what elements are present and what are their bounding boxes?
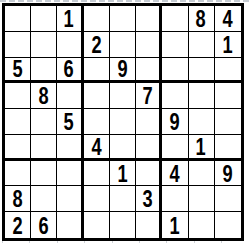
cell-r2c8[interactable] xyxy=(189,32,215,58)
cell-digit: 2 xyxy=(13,213,23,238)
cell-r1c1[interactable] xyxy=(5,6,31,32)
cell-r7c3[interactable] xyxy=(57,161,83,187)
cell-r3c3[interactable]: 6 xyxy=(57,58,83,84)
cell-r2c7[interactable] xyxy=(162,32,188,58)
cell-r4c9[interactable] xyxy=(215,83,241,109)
cell-r8c6[interactable]: 3 xyxy=(136,186,162,212)
cell-r5c7[interactable]: 9 xyxy=(162,109,188,135)
cell-r3c1[interactable]: 5 xyxy=(5,58,31,84)
cell-r9c7[interactable]: 1 xyxy=(162,212,188,238)
cell-r5c3[interactable]: 5 xyxy=(57,109,83,135)
cell-r9c8[interactable] xyxy=(189,212,215,238)
cell-r7c5[interactable]: 1 xyxy=(110,161,136,187)
cell-digit: 8 xyxy=(39,83,49,108)
cell-digit: 2 xyxy=(91,32,101,57)
cell-r3c9[interactable] xyxy=(215,58,241,84)
cell-r4c7[interactable] xyxy=(162,83,188,109)
cell-r6c5[interactable] xyxy=(110,135,136,161)
cell-r4c3[interactable] xyxy=(57,83,83,109)
cell-digit: 9 xyxy=(170,109,180,134)
cell-r2c6[interactable] xyxy=(136,32,162,58)
cell-digit: 5 xyxy=(13,58,23,82)
cell-r6c8[interactable]: 1 xyxy=(189,135,215,161)
cell-r2c3[interactable] xyxy=(57,32,83,58)
cell-digit: 5 xyxy=(64,109,74,134)
cell-digit: 6 xyxy=(39,213,49,238)
cell-r1c7[interactable] xyxy=(162,6,188,32)
cell-digit: 8 xyxy=(13,186,23,211)
cell-r6c2[interactable] xyxy=(31,135,57,161)
cell-digit: 9 xyxy=(223,161,233,186)
cell-r8c1[interactable]: 8 xyxy=(5,186,31,212)
cell-r5c1[interactable] xyxy=(5,109,31,135)
cell-r7c4[interactable] xyxy=(84,161,110,187)
cell-r2c4[interactable]: 2 xyxy=(84,32,110,58)
cell-r8c3[interactable] xyxy=(57,186,83,212)
cell-digit: 8 xyxy=(196,6,206,31)
cell-r7c1[interactable] xyxy=(5,161,31,187)
cell-r1c3[interactable]: 1 xyxy=(57,6,83,32)
cell-r8c7[interactable] xyxy=(162,186,188,212)
cell-digit: 1 xyxy=(64,6,74,31)
cell-r4c5[interactable] xyxy=(110,83,136,109)
cell-r1c5[interactable] xyxy=(110,6,136,32)
cell-r5c6[interactable] xyxy=(136,109,162,135)
cell-r3c5[interactable]: 9 xyxy=(110,58,136,84)
cell-r3c4[interactable] xyxy=(84,58,110,84)
spreadsheet-gridline-top xyxy=(0,0,250,2)
cell-digit: 4 xyxy=(223,6,233,31)
cell-r9c2[interactable]: 6 xyxy=(31,212,57,238)
sudoku-board: 1842156987594114983261 xyxy=(2,3,244,241)
cell-r7c8[interactable] xyxy=(189,161,215,187)
cell-r1c8[interactable]: 8 xyxy=(189,6,215,32)
cell-digit: 1 xyxy=(196,135,206,159)
sudoku-screenshot: 1842156987594114983261 xyxy=(0,0,250,243)
cell-r9c4[interactable] xyxy=(84,212,110,238)
cell-r4c4[interactable] xyxy=(84,83,110,109)
cell-r6c7[interactable] xyxy=(162,135,188,161)
cell-digit: 4 xyxy=(91,135,101,159)
cell-r5c9[interactable] xyxy=(215,109,241,135)
cell-r3c8[interactable] xyxy=(189,58,215,84)
cell-r8c8[interactable] xyxy=(189,186,215,212)
cell-r1c9[interactable]: 4 xyxy=(215,6,241,32)
cell-digit: 1 xyxy=(170,213,180,238)
cell-r3c2[interactable] xyxy=(31,58,57,84)
cell-r6c4[interactable]: 4 xyxy=(84,135,110,161)
cell-digit: 9 xyxy=(117,58,127,82)
cell-r2c1[interactable] xyxy=(5,32,31,58)
cell-r1c4[interactable] xyxy=(84,6,110,32)
cell-r4c1[interactable] xyxy=(5,83,31,109)
cell-digit: 7 xyxy=(143,83,153,108)
cell-r7c6[interactable] xyxy=(136,161,162,187)
cell-r3c6[interactable] xyxy=(136,58,162,84)
cell-r6c1[interactable] xyxy=(5,135,31,161)
cell-r9c6[interactable] xyxy=(136,212,162,238)
cell-digit: 1 xyxy=(223,32,233,57)
cell-r5c4[interactable] xyxy=(84,109,110,135)
cell-r1c6[interactable] xyxy=(136,6,162,32)
cell-r4c2[interactable]: 8 xyxy=(31,83,57,109)
cell-r9c1[interactable]: 2 xyxy=(5,212,31,238)
cell-digit: 4 xyxy=(170,161,180,186)
cell-digit: 6 xyxy=(64,58,74,82)
cell-r5c2[interactable] xyxy=(31,109,57,135)
cell-r6c3[interactable] xyxy=(57,135,83,161)
cell-r4c6[interactable]: 7 xyxy=(136,83,162,109)
cell-r8c2[interactable] xyxy=(31,186,57,212)
cell-r1c2[interactable] xyxy=(31,6,57,32)
cell-r2c2[interactable] xyxy=(31,32,57,58)
cell-digit: 3 xyxy=(143,186,153,211)
cell-r2c5[interactable] xyxy=(110,32,136,58)
cell-r6c9[interactable] xyxy=(215,135,241,161)
cell-r9c3[interactable] xyxy=(57,212,83,238)
cell-r7c2[interactable] xyxy=(31,161,57,187)
cell-r2c9[interactable]: 1 xyxy=(215,32,241,58)
cell-r7c9[interactable]: 9 xyxy=(215,161,241,187)
cell-r3c7[interactable] xyxy=(162,58,188,84)
cell-digit: 1 xyxy=(117,161,127,186)
cell-r4c8[interactable] xyxy=(189,83,215,109)
cell-r5c8[interactable] xyxy=(189,109,215,135)
cell-r8c4[interactable] xyxy=(84,186,110,212)
cell-r9c9[interactable] xyxy=(215,212,241,238)
cell-r7c7[interactable]: 4 xyxy=(162,161,188,187)
cell-r9c5[interactable] xyxy=(110,212,136,238)
cell-r8c9[interactable] xyxy=(215,186,241,212)
cell-r8c5[interactable] xyxy=(110,186,136,212)
cell-r6c6[interactable] xyxy=(136,135,162,161)
cell-r5c5[interactable] xyxy=(110,109,136,135)
